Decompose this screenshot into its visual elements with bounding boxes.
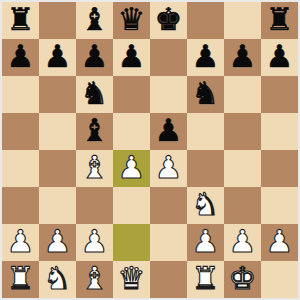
- square-h3[interactable]: [261, 187, 298, 224]
- square-g6[interactable]: [224, 76, 261, 113]
- square-g1[interactable]: ♚: [224, 261, 261, 298]
- black-bishop-icon[interactable]: ♝: [81, 4, 109, 35]
- square-a8[interactable]: ♜: [2, 2, 39, 39]
- square-c1[interactable]: ♝: [76, 261, 113, 298]
- white-knight-icon[interactable]: ♞: [44, 263, 72, 294]
- white-knight-icon[interactable]: ♞: [192, 189, 220, 220]
- black-rook-icon[interactable]: ♜: [7, 4, 35, 35]
- white-bishop-icon[interactable]: ♝: [81, 152, 109, 183]
- square-f7[interactable]: ♟: [187, 39, 224, 76]
- square-g8[interactable]: [224, 2, 261, 39]
- square-c5[interactable]: ♝: [76, 113, 113, 150]
- square-b6[interactable]: [39, 76, 76, 113]
- square-a7[interactable]: ♟: [2, 39, 39, 76]
- square-d3[interactable]: [113, 187, 150, 224]
- square-d5[interactable]: [113, 113, 150, 150]
- square-b5[interactable]: [39, 113, 76, 150]
- square-e3[interactable]: [150, 187, 187, 224]
- square-f3[interactable]: ♞: [187, 187, 224, 224]
- square-h1[interactable]: [261, 261, 298, 298]
- square-a4[interactable]: [2, 150, 39, 187]
- square-a1[interactable]: ♜: [2, 261, 39, 298]
- square-b2[interactable]: ♟: [39, 224, 76, 261]
- white-pawn-icon[interactable]: ♟: [7, 226, 35, 257]
- square-g2[interactable]: ♟: [224, 224, 261, 261]
- square-d2[interactable]: [113, 224, 150, 261]
- white-rook-icon[interactable]: ♜: [7, 263, 35, 294]
- black-knight-icon[interactable]: ♞: [81, 78, 109, 109]
- square-b1[interactable]: ♞: [39, 261, 76, 298]
- square-d4[interactable]: ♟: [113, 150, 150, 187]
- square-e8[interactable]: ♚: [150, 2, 187, 39]
- square-a3[interactable]: [2, 187, 39, 224]
- white-pawn-icon[interactable]: ♟: [81, 226, 109, 257]
- square-a2[interactable]: ♟: [2, 224, 39, 261]
- square-e2[interactable]: [150, 224, 187, 261]
- white-pawn-icon[interactable]: ♟: [155, 152, 183, 183]
- square-b7[interactable]: ♟: [39, 39, 76, 76]
- square-g5[interactable]: [224, 113, 261, 150]
- square-g4[interactable]: [224, 150, 261, 187]
- white-pawn-icon[interactable]: ♟: [192, 226, 220, 257]
- square-e1[interactable]: [150, 261, 187, 298]
- white-bishop-icon[interactable]: ♝: [81, 263, 109, 294]
- square-d6[interactable]: [113, 76, 150, 113]
- square-a5[interactable]: [2, 113, 39, 150]
- square-d7[interactable]: ♟: [113, 39, 150, 76]
- black-pawn-icon[interactable]: ♟: [155, 115, 183, 146]
- square-b3[interactable]: [39, 187, 76, 224]
- square-e4[interactable]: ♟: [150, 150, 187, 187]
- white-pawn-icon[interactable]: ♟: [266, 226, 294, 257]
- black-pawn-icon[interactable]: ♟: [192, 41, 220, 72]
- white-queen-icon[interactable]: ♛: [118, 263, 146, 294]
- black-bishop-icon[interactable]: ♝: [81, 115, 109, 146]
- chess-board: ♜♝♛♚♜♟♟♟♟♟♟♟♞♞♝♟♝♟♟♞♟♟♟♟♟♟♜♞♝♛♜♚: [2, 2, 298, 298]
- square-b4[interactable]: [39, 150, 76, 187]
- black-queen-icon[interactable]: ♛: [118, 4, 146, 35]
- square-g3[interactable]: [224, 187, 261, 224]
- square-c4[interactable]: ♝: [76, 150, 113, 187]
- white-rook-icon[interactable]: ♜: [192, 263, 220, 294]
- square-f1[interactable]: ♜: [187, 261, 224, 298]
- square-d1[interactable]: ♛: [113, 261, 150, 298]
- black-pawn-icon[interactable]: ♟: [229, 41, 257, 72]
- square-h7[interactable]: ♟: [261, 39, 298, 76]
- square-f8[interactable]: [187, 2, 224, 39]
- square-g7[interactable]: ♟: [224, 39, 261, 76]
- black-pawn-icon[interactable]: ♟: [44, 41, 72, 72]
- square-h6[interactable]: [261, 76, 298, 113]
- square-f2[interactable]: ♟: [187, 224, 224, 261]
- square-e5[interactable]: ♟: [150, 113, 187, 150]
- square-c2[interactable]: ♟: [76, 224, 113, 261]
- square-c8[interactable]: ♝: [76, 2, 113, 39]
- white-pawn-icon[interactable]: ♟: [229, 226, 257, 257]
- black-pawn-icon[interactable]: ♟: [266, 41, 294, 72]
- black-king-icon[interactable]: ♚: [155, 4, 183, 35]
- white-king-icon[interactable]: ♚: [229, 263, 257, 294]
- square-e6[interactable]: [150, 76, 187, 113]
- chess-board-frame: ♜♝♛♚♜♟♟♟♟♟♟♟♞♞♝♟♝♟♟♞♟♟♟♟♟♟♜♞♝♛♜♚: [0, 0, 300, 300]
- square-c3[interactable]: [76, 187, 113, 224]
- square-b8[interactable]: [39, 2, 76, 39]
- square-d8[interactable]: ♛: [113, 2, 150, 39]
- black-pawn-icon[interactable]: ♟: [118, 41, 146, 72]
- square-f4[interactable]: [187, 150, 224, 187]
- white-pawn-icon[interactable]: ♟: [118, 152, 146, 183]
- square-h8[interactable]: ♜: [261, 2, 298, 39]
- square-h4[interactable]: [261, 150, 298, 187]
- square-f6[interactable]: ♞: [187, 76, 224, 113]
- black-pawn-icon[interactable]: ♟: [81, 41, 109, 72]
- black-pawn-icon[interactable]: ♟: [7, 41, 35, 72]
- square-e7[interactable]: [150, 39, 187, 76]
- square-c6[interactable]: ♞: [76, 76, 113, 113]
- square-c7[interactable]: ♟: [76, 39, 113, 76]
- square-h5[interactable]: [261, 113, 298, 150]
- black-rook-icon[interactable]: ♜: [266, 4, 294, 35]
- black-knight-icon[interactable]: ♞: [192, 78, 220, 109]
- square-f5[interactable]: [187, 113, 224, 150]
- white-pawn-icon[interactable]: ♟: [44, 226, 72, 257]
- square-a6[interactable]: [2, 76, 39, 113]
- square-h2[interactable]: ♟: [261, 224, 298, 261]
